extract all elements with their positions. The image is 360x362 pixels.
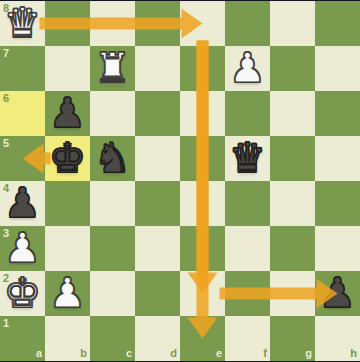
square-g5[interactable] — [270, 136, 315, 181]
rank-label-1: 1 — [3, 318, 9, 329]
square-a6[interactable]: 6 — [0, 91, 45, 136]
square-g2[interactable] — [270, 271, 315, 316]
square-d8[interactable] — [135, 1, 180, 46]
square-a1[interactable]: 1a — [0, 316, 45, 361]
square-a7[interactable]: 7 — [0, 46, 45, 91]
square-f4[interactable] — [225, 181, 270, 226]
square-c4[interactable] — [90, 181, 135, 226]
square-f6[interactable] — [225, 91, 270, 136]
square-f1[interactable]: f — [225, 316, 270, 361]
square-b2[interactable]: ♟ — [45, 271, 90, 316]
file-label-c: c — [126, 348, 132, 359]
square-d5[interactable] — [135, 136, 180, 181]
square-b4[interactable] — [45, 181, 90, 226]
file-label-b: b — [80, 348, 87, 359]
rank-label-5: 5 — [3, 138, 9, 149]
square-h8[interactable] — [315, 1, 360, 46]
square-a2[interactable]: 2♚ — [0, 271, 45, 316]
square-e5[interactable] — [180, 136, 225, 181]
square-f3[interactable] — [225, 226, 270, 271]
square-g1[interactable]: g — [270, 316, 315, 361]
square-c6[interactable] — [90, 91, 135, 136]
file-label-d: d — [170, 348, 177, 359]
square-c1[interactable]: c — [90, 316, 135, 361]
square-h7[interactable] — [315, 46, 360, 91]
square-c3[interactable] — [90, 226, 135, 271]
square-e2[interactable] — [180, 271, 225, 316]
white-rook-c7[interactable]: ♜ — [90, 46, 135, 91]
white-pawn-f7[interactable]: ♟ — [225, 46, 270, 91]
square-h2[interactable]: ♟ — [315, 271, 360, 316]
square-g3[interactable] — [270, 226, 315, 271]
square-b7[interactable] — [45, 46, 90, 91]
square-d3[interactable] — [135, 226, 180, 271]
square-f8[interactable] — [225, 1, 270, 46]
square-g7[interactable] — [270, 46, 315, 91]
black-pawn-h2[interactable]: ♟ — [315, 271, 360, 316]
white-king-a2[interactable]: ♚ — [0, 271, 45, 316]
square-c7[interactable]: ♜ — [90, 46, 135, 91]
screenshot-frame: 8♛7♜♟6♟5♚♞♛4♟3♟2♚♟♟1abcdefgh — [0, 0, 360, 362]
square-c8[interactable] — [90, 1, 135, 46]
black-knight-c5[interactable]: ♞ — [90, 136, 135, 181]
square-h4[interactable] — [315, 181, 360, 226]
square-a4[interactable]: 4♟ — [0, 181, 45, 226]
file-label-h: h — [350, 348, 357, 359]
square-f2[interactable] — [225, 271, 270, 316]
square-b8[interactable] — [45, 1, 90, 46]
square-c5[interactable]: ♞ — [90, 136, 135, 181]
square-h3[interactable] — [315, 226, 360, 271]
file-label-e: e — [216, 348, 222, 359]
square-e1[interactable]: e — [180, 316, 225, 361]
file-label-a: a — [36, 348, 42, 359]
white-pawn-b2[interactable]: ♟ — [45, 271, 90, 316]
square-h6[interactable] — [315, 91, 360, 136]
white-queen-a8[interactable]: ♛ — [0, 1, 45, 46]
square-a3[interactable]: 3♟ — [0, 226, 45, 271]
square-h1[interactable]: h — [315, 316, 360, 361]
square-f7[interactable]: ♟ — [225, 46, 270, 91]
white-pawn-a3[interactable]: ♟ — [0, 226, 45, 271]
rank-label-6: 6 — [3, 93, 9, 104]
square-d4[interactable] — [135, 181, 180, 226]
square-a8[interactable]: 8♛ — [0, 1, 45, 46]
file-label-g: g — [305, 348, 312, 359]
black-queen-f5[interactable]: ♛ — [225, 136, 270, 181]
square-b3[interactable] — [45, 226, 90, 271]
square-f5[interactable]: ♛ — [225, 136, 270, 181]
square-d6[interactable] — [135, 91, 180, 136]
square-a5[interactable]: 5 — [0, 136, 45, 181]
square-h5[interactable] — [315, 136, 360, 181]
square-g8[interactable] — [270, 1, 315, 46]
square-e4[interactable] — [180, 181, 225, 226]
square-e7[interactable] — [180, 46, 225, 91]
square-b1[interactable]: b — [45, 316, 90, 361]
file-label-f: f — [263, 348, 267, 359]
square-b6[interactable]: ♟ — [45, 91, 90, 136]
square-e6[interactable] — [180, 91, 225, 136]
square-g6[interactable] — [270, 91, 315, 136]
square-e8[interactable] — [180, 1, 225, 46]
square-e3[interactable] — [180, 226, 225, 271]
square-d1[interactable]: d — [135, 316, 180, 361]
square-d7[interactable] — [135, 46, 180, 91]
square-b5[interactable]: ♚ — [45, 136, 90, 181]
black-pawn-b6[interactable]: ♟ — [45, 91, 90, 136]
square-c2[interactable] — [90, 271, 135, 316]
black-king-b5[interactable]: ♚ — [45, 136, 90, 181]
chess-board: 8♛7♜♟6♟5♚♞♛4♟3♟2♚♟♟1abcdefgh — [0, 1, 360, 361]
square-g4[interactable] — [270, 181, 315, 226]
black-pawn-a4[interactable]: ♟ — [0, 181, 45, 226]
rank-label-7: 7 — [3, 48, 9, 59]
square-d2[interactable] — [135, 271, 180, 316]
